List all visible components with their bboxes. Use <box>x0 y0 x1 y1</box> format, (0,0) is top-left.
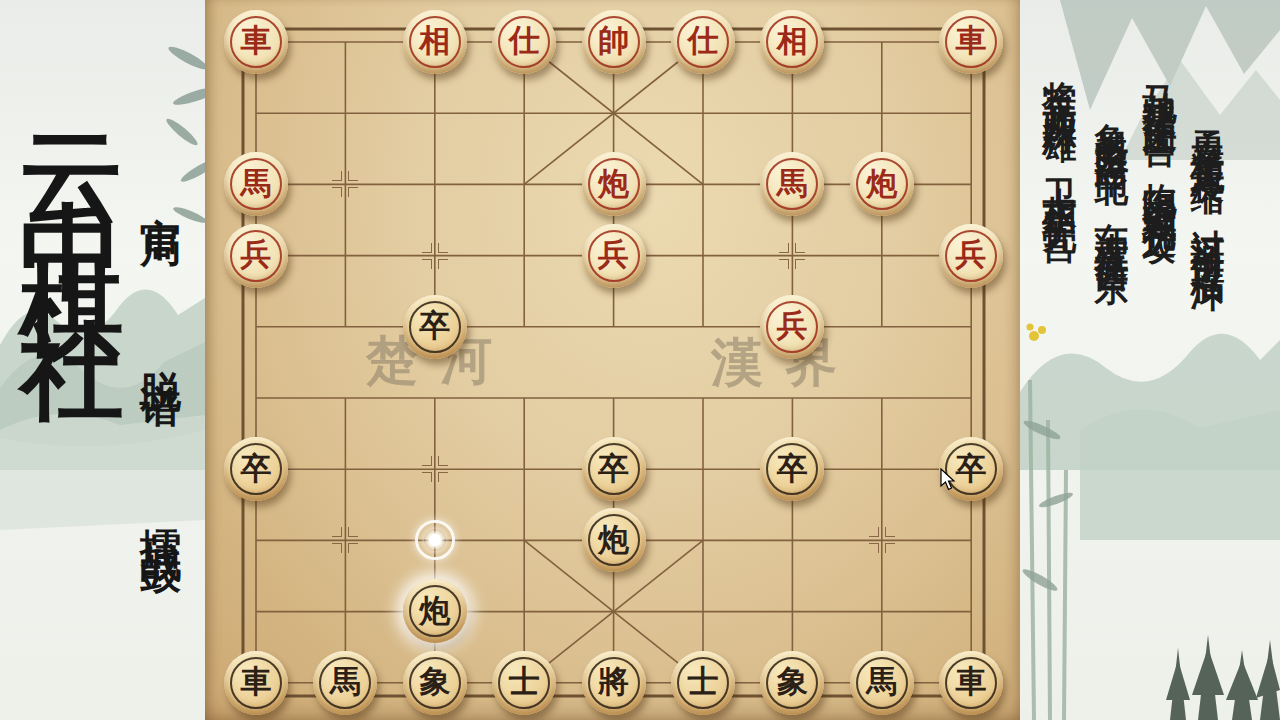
piece-glyph: 卒 <box>777 453 808 484</box>
piece-black-soldier[interactable]: 卒 <box>760 437 824 501</box>
piece-glyph: 卒 <box>240 453 271 484</box>
piece-glyph: 馬 <box>866 666 897 697</box>
piece-glyph: 象 <box>777 666 808 697</box>
piece-glyph: 馬 <box>240 168 271 199</box>
piece-glyph: 炮 <box>866 168 897 199</box>
app-window: 云中棋社 审局 脱谱 擂战鼓 <box>0 0 1280 720</box>
piece-glyph: 相 <box>419 25 450 56</box>
point-marker <box>332 171 358 197</box>
piece-glyph: 炮 <box>598 524 629 555</box>
piece-red-cannon[interactable]: 炮 <box>582 152 646 216</box>
left-banner-panel: 云中棋社 审局 脱谱 擂战鼓 <box>0 0 205 720</box>
piece-red-cannon[interactable]: 炮 <box>850 152 914 216</box>
piece-red-advisor[interactable]: 仕 <box>671 10 735 74</box>
club-title-char: 云 <box>12 58 134 116</box>
point-marker <box>422 456 448 482</box>
piece-glyph: 車 <box>956 25 987 56</box>
piece-red-soldier[interactable]: 兵 <box>939 224 1003 288</box>
piece-black-elephant[interactable]: 象 <box>760 651 824 715</box>
club-title: 云中棋社 <box>14 58 132 290</box>
piece-glyph: 將 <box>598 666 629 697</box>
piece-red-chariot[interactable]: 車 <box>224 10 288 74</box>
piece-red-general[interactable]: 帥 <box>582 10 646 74</box>
piece-glyph: 車 <box>240 666 271 697</box>
piece-red-chariot[interactable]: 車 <box>939 10 1003 74</box>
piece-red-soldier[interactable]: 兵 <box>760 295 824 359</box>
piece-glyph: 兵 <box>598 239 629 270</box>
piece-glyph: 相 <box>777 25 808 56</box>
piece-glyph: 仕 <box>687 25 718 56</box>
piece-red-soldier[interactable]: 兵 <box>224 224 288 288</box>
club-title-char: 社 <box>12 232 134 290</box>
piece-glyph: 卒 <box>956 453 987 484</box>
piece-glyph: 馬 <box>330 666 361 697</box>
last-move-origin-glow <box>415 520 455 560</box>
piece-glyph: 兵 <box>777 310 808 341</box>
piece-black-horse[interactable]: 馬 <box>313 651 377 715</box>
poem-column-4: 将军元帅两称雄，卫士相丞护九宫。 <box>1040 54 1080 250</box>
banner-subtitle-shenju: 审局 <box>134 184 189 208</box>
piece-layer: 車相仕帥仕相車馬炮馬炮兵兵兵兵卒卒卒卒卒炮炮車馬象士將士象馬車 <box>211 6 1016 718</box>
piece-glyph: 炮 <box>598 168 629 199</box>
piece-glyph: 仕 <box>509 25 540 56</box>
piece-glyph: 卒 <box>598 453 629 484</box>
right-poem-panel: 勇卒精兵无畏缩，过河前进可横冲。 马驰捷径迂围合，炮隔重城利远攻。 象越方田跨南… <box>1020 0 1280 720</box>
banner-subtitle-leizhangu: 擂战鼓 <box>134 496 189 532</box>
piece-glyph: 士 <box>509 666 540 697</box>
xiangqi-board[interactable]: 楚河 漢界 車相仕帥仕相車馬炮馬炮兵兵兵兵卒卒卒卒卒炮炮車馬象士將士象馬車 <box>205 0 1020 720</box>
piece-glyph: 車 <box>240 25 271 56</box>
piece-black-chariot[interactable]: 車 <box>224 651 288 715</box>
piece-red-horse[interactable]: 馬 <box>224 152 288 216</box>
piece-black-chariot[interactable]: 車 <box>939 651 1003 715</box>
point-marker <box>869 527 895 553</box>
piece-black-soldier[interactable]: 卒 <box>582 437 646 501</box>
point-marker <box>779 243 805 269</box>
piece-red-advisor[interactable]: 仕 <box>492 10 556 74</box>
piece-glyph: 炮 <box>419 595 450 626</box>
piece-red-soldier[interactable]: 兵 <box>582 224 646 288</box>
club-title-char: 中 <box>12 116 134 174</box>
piece-black-cannon[interactable]: 炮 <box>582 508 646 572</box>
piece-glyph: 車 <box>956 666 987 697</box>
piece-glyph: 兵 <box>956 239 987 270</box>
piece-red-elephant[interactable]: 相 <box>760 10 824 74</box>
piece-glyph: 兵 <box>240 239 271 270</box>
piece-black-advisor[interactable]: 士 <box>671 651 735 715</box>
piece-glyph: 卒 <box>419 310 450 341</box>
piece-red-elephant[interactable]: 相 <box>403 10 467 74</box>
banner-subtitle-tuopu: 脱谱 <box>134 338 189 362</box>
piece-black-cannon[interactable]: 炮 <box>403 579 467 643</box>
pine-trees-icon <box>1166 635 1280 720</box>
point-marker <box>332 527 358 553</box>
piece-black-horse[interactable]: 馬 <box>850 651 914 715</box>
piece-glyph: 象 <box>419 666 450 697</box>
piece-black-advisor[interactable]: 士 <box>492 651 556 715</box>
flower-icon <box>1027 324 1047 342</box>
piece-glyph: 帥 <box>598 25 629 56</box>
piece-black-soldier[interactable]: 卒 <box>403 295 467 359</box>
point-marker <box>422 243 448 269</box>
piece-red-horse[interactable]: 馬 <box>760 152 824 216</box>
piece-black-elephant[interactable]: 象 <box>403 651 467 715</box>
piece-black-general[interactable]: 將 <box>582 651 646 715</box>
poem-column-1: 勇卒精兵无畏缩，过河前进可横冲。 <box>1188 104 1228 300</box>
club-title-char: 棋 <box>12 174 134 232</box>
piece-glyph: 馬 <box>777 168 808 199</box>
poem-column-2: 马驰捷径迂围合，炮隔重城利远攻。 <box>1140 58 1180 254</box>
piece-black-soldier[interactable]: 卒 <box>224 437 288 501</box>
mouse-cursor-icon <box>940 468 958 492</box>
piece-glyph: 士 <box>687 666 718 697</box>
poem-column-3: 象越方田跨南北，车冲直道任西东。 <box>1092 96 1132 292</box>
